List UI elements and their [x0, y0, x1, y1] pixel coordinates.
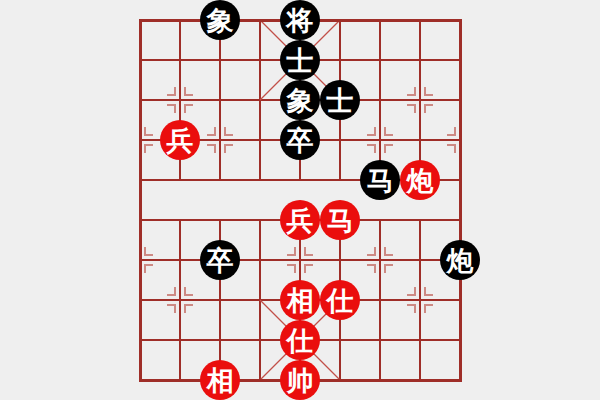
piece-black-advisor[interactable]: 士	[280, 40, 320, 80]
piece-black-elephant[interactable]: 象	[280, 80, 320, 120]
piece-red-advisor[interactable]: 仕	[320, 280, 360, 320]
piece-red-general[interactable]: 帅	[280, 360, 320, 400]
piece-red-pawn[interactable]: 兵	[160, 120, 200, 160]
xiangqi-board-grid: 象将士象士兵卒马炮兵马卒炮相仕仕相帅	[120, 0, 480, 400]
piece-black-cannon[interactable]: 炮	[440, 240, 480, 280]
piece-black-pawn[interactable]: 卒	[200, 240, 240, 280]
piece-red-horse[interactable]: 马	[320, 200, 360, 240]
piece-black-general[interactable]: 将	[280, 0, 320, 40]
piece-black-advisor[interactable]: 士	[320, 80, 360, 120]
piece-black-horse[interactable]: 马	[360, 160, 400, 200]
xiangqi-app: 象将士象士兵卒马炮兵马卒炮相仕仕相帅	[0, 0, 600, 400]
piece-black-pawn[interactable]: 卒	[280, 120, 320, 160]
piece-red-cannon[interactable]: 炮	[400, 160, 440, 200]
piece-red-advisor[interactable]: 仕	[280, 320, 320, 360]
piece-red-elephant[interactable]: 相	[200, 360, 240, 400]
piece-red-elephant[interactable]: 相	[280, 280, 320, 320]
piece-black-elephant[interactable]: 象	[200, 0, 240, 40]
piece-red-pawn[interactable]: 兵	[280, 200, 320, 240]
